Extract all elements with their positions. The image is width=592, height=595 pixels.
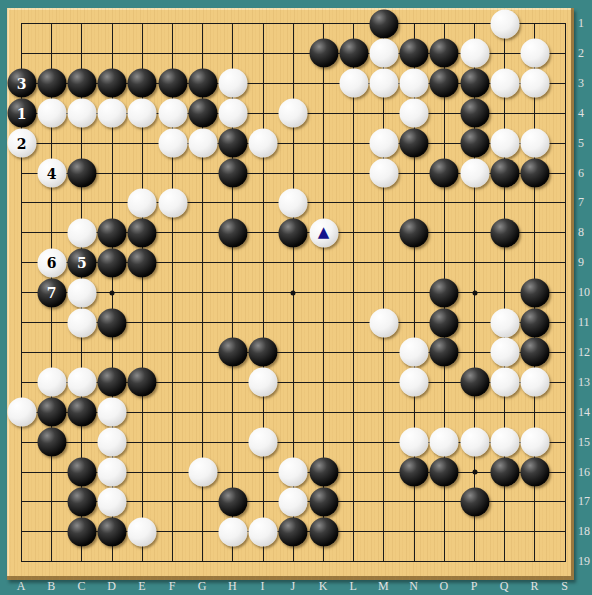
black-stone-H6[interactable] [218,159,247,188]
row-label-19: 19 [578,554,590,569]
white-stone-N3[interactable] [400,69,429,98]
white-stone-N15[interactable] [400,428,429,457]
move-number-label: 7 [47,286,57,300]
black-stone-E13[interactable] [128,368,157,397]
white-stone-R15[interactable] [520,428,549,457]
black-stone-G3[interactable] [188,69,217,98]
black-stone-K2[interactable] [309,39,338,68]
white-stone-R3[interactable] [520,69,549,98]
white-stone-G16[interactable] [188,458,217,487]
column-label-D: D [107,579,116,594]
black-stone-A4[interactable]: 1 [7,99,36,128]
go-app-window: 3124▲657 ABCDEFGHIJKLMNOPQRS 12345678910… [0,0,592,595]
move-number-label: 2 [17,136,27,150]
black-stone-L2[interactable] [339,39,368,68]
white-stone-L3[interactable] [339,69,368,98]
row-label-18: 18 [578,524,590,539]
white-stone-R13[interactable] [520,368,549,397]
white-stone-Q13[interactable] [490,368,519,397]
black-stone-Q6[interactable] [490,159,519,188]
white-stone-Q15[interactable] [490,428,519,457]
white-stone-F4[interactable] [158,99,187,128]
black-stone-E3[interactable] [128,69,157,98]
row-label-17: 17 [578,494,590,509]
black-stone-C9[interactable]: 5 [67,248,96,277]
white-stone-D16[interactable] [98,458,127,487]
grid-line-horizontal [21,352,566,353]
white-stone-N12[interactable] [400,338,429,367]
column-label-O: O [439,579,448,594]
column-label-L: L [350,579,357,594]
black-stone-R11[interactable] [520,308,549,337]
column-label-K: K [319,579,328,594]
row-label-3: 3 [578,75,584,90]
row-label-2: 2 [578,45,584,60]
white-stone-J4[interactable] [279,99,308,128]
column-label-C: C [77,579,85,594]
row-label-8: 8 [578,225,584,240]
black-stone-D11[interactable] [98,308,127,337]
black-stone-B15[interactable] [37,428,66,457]
white-stone-C11[interactable] [67,308,96,337]
black-stone-O12[interactable] [430,338,459,367]
white-stone-B4[interactable] [37,99,66,128]
black-stone-P3[interactable] [460,69,489,98]
black-stone-H12[interactable] [218,338,247,367]
row-label-1: 1 [578,16,584,31]
black-stone-P17[interactable] [460,487,489,516]
column-label-I: I [261,579,265,594]
black-stone-M1[interactable] [369,9,398,38]
black-stone-P5[interactable] [460,129,489,158]
column-label-N: N [409,579,418,594]
white-stone-J17[interactable] [279,487,308,516]
white-stone-H18[interactable] [218,517,247,546]
white-stone-E18[interactable] [128,517,157,546]
row-label-5: 5 [578,135,584,150]
white-stone-Q1[interactable] [490,9,519,38]
row-label-10: 10 [578,285,590,300]
row-label-16: 16 [578,464,590,479]
move-number-label: 1 [17,106,27,120]
white-stone-D4[interactable] [98,99,127,128]
black-stone-D18[interactable] [98,517,127,546]
row-label-14: 14 [578,404,590,419]
black-stone-O10[interactable] [430,278,459,307]
black-stone-D8[interactable] [98,218,127,247]
white-stone-A14[interactable] [7,398,36,427]
column-label-G: G [198,579,207,594]
white-stone-P2[interactable] [460,39,489,68]
black-stone-I12[interactable] [249,338,278,367]
black-stone-Q16[interactable] [490,458,519,487]
white-stone-J7[interactable] [279,188,308,217]
black-stone-K18[interactable] [309,517,338,546]
white-stone-A5[interactable]: 2 [7,129,36,158]
black-stone-D3[interactable] [98,69,127,98]
star-point-J10 [291,290,296,295]
column-label-A: A [17,579,26,594]
white-stone-K8[interactable]: ▲ [309,218,338,247]
black-stone-O2[interactable] [430,39,459,68]
row-label-4: 4 [578,105,584,120]
white-stone-M2[interactable] [369,39,398,68]
column-label-H: H [228,579,237,594]
column-label-P: P [471,579,478,594]
white-stone-F5[interactable] [158,129,187,158]
row-label-7: 7 [578,195,584,210]
move-number-label: 3 [17,76,27,90]
black-stone-E9[interactable] [128,248,157,277]
white-stone-M11[interactable] [369,308,398,337]
white-stone-Q3[interactable] [490,69,519,98]
white-stone-R5[interactable] [520,129,549,158]
column-label-S: S [561,579,568,594]
white-stone-Q5[interactable] [490,129,519,158]
black-stone-R16[interactable] [520,458,549,487]
white-stone-C8[interactable] [67,218,96,247]
white-stone-E7[interactable] [128,188,157,217]
white-stone-B9[interactable]: 6 [37,248,66,277]
white-stone-G5[interactable] [188,129,217,158]
black-stone-N8[interactable] [400,218,429,247]
white-stone-P15[interactable] [460,428,489,457]
black-stone-O16[interactable] [430,458,459,487]
column-label-B: B [47,579,55,594]
white-stone-B6[interactable]: 4 [37,159,66,188]
white-stone-I5[interactable] [249,129,278,158]
white-stone-D17[interactable] [98,487,127,516]
column-label-R: R [530,579,538,594]
black-stone-P13[interactable] [460,368,489,397]
move-number-label: 4 [47,166,57,180]
black-stone-O11[interactable] [430,308,459,337]
white-stone-N4[interactable] [400,99,429,128]
black-stone-E8[interactable] [128,218,157,247]
black-stone-N2[interactable] [400,39,429,68]
white-stone-B13[interactable] [37,368,66,397]
column-label-Q: Q [500,579,509,594]
black-stone-J8[interactable] [279,218,308,247]
row-label-9: 9 [578,255,584,270]
white-stone-C10[interactable] [67,278,96,307]
star-point-P10 [472,290,477,295]
column-label-J: J [290,579,295,594]
black-stone-B10[interactable]: 7 [37,278,66,307]
black-stone-C6[interactable] [67,159,96,188]
white-stone-R2[interactable] [520,39,549,68]
grid-line-horizontal [21,23,566,24]
white-stone-Q11[interactable] [490,308,519,337]
grid-line-horizontal [21,561,566,562]
white-stone-M6[interactable] [369,159,398,188]
row-label-12: 12 [578,344,590,359]
black-stone-R12[interactable] [520,338,549,367]
move-number-label: 5 [77,256,87,270]
black-stone-C3[interactable] [67,69,96,98]
black-stone-R6[interactable] [520,159,549,188]
white-stone-H3[interactable] [218,69,247,98]
black-stone-C18[interactable] [67,517,96,546]
black-stone-H17[interactable] [218,487,247,516]
black-stone-F3[interactable] [158,69,187,98]
black-stone-N16[interactable] [400,458,429,487]
black-stone-C14[interactable] [67,398,96,427]
black-stone-O3[interactable] [430,69,459,98]
white-stone-D14[interactable] [98,398,127,427]
white-stone-Q12[interactable] [490,338,519,367]
black-stone-P4[interactable] [460,99,489,128]
white-stone-C13[interactable] [67,368,96,397]
black-stone-B14[interactable] [37,398,66,427]
white-stone-D15[interactable] [98,428,127,457]
black-stone-N5[interactable] [400,129,429,158]
white-stone-M5[interactable] [369,129,398,158]
white-stone-P6[interactable] [460,159,489,188]
row-label-11: 11 [578,315,590,330]
black-stone-J18[interactable] [279,517,308,546]
column-label-M: M [378,579,389,594]
move-number-label: 6 [47,256,57,270]
black-stone-D13[interactable] [98,368,127,397]
black-stone-C17[interactable] [67,487,96,516]
black-stone-H8[interactable] [218,218,247,247]
black-stone-D9[interactable] [98,248,127,277]
black-stone-K17[interactable] [309,487,338,516]
row-label-15: 15 [578,434,590,449]
column-label-F: F [169,579,176,594]
star-point-D10 [110,290,115,295]
white-stone-I15[interactable] [249,428,278,457]
go-board[interactable]: 3124▲657 [7,8,574,580]
white-stone-I18[interactable] [249,517,278,546]
white-stone-I13[interactable] [249,368,278,397]
white-stone-E4[interactable] [128,99,157,128]
black-stone-C16[interactable] [67,458,96,487]
last-move-triangle-icon: ▲ [318,224,330,239]
black-stone-O6[interactable] [430,159,459,188]
white-stone-M3[interactable] [369,69,398,98]
white-stone-C4[interactable] [67,99,96,128]
white-stone-F7[interactable] [158,188,187,217]
black-stone-A3[interactable]: 3 [7,69,36,98]
star-point-P16 [472,470,477,475]
column-label-E: E [138,579,145,594]
black-stone-R10[interactable] [520,278,549,307]
white-stone-J16[interactable] [279,458,308,487]
black-stone-K16[interactable] [309,458,338,487]
black-stone-Q8[interactable] [490,218,519,247]
white-stone-H4[interactable] [218,99,247,128]
black-stone-H5[interactable] [218,129,247,158]
black-stone-G4[interactable] [188,99,217,128]
black-stone-B3[interactable] [37,69,66,98]
white-stone-O15[interactable] [430,428,459,457]
white-stone-N13[interactable] [400,368,429,397]
row-label-13: 13 [578,374,590,389]
row-label-6: 6 [578,165,584,180]
